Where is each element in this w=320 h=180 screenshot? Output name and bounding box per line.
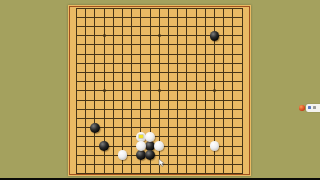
grid-line-horizontal (76, 173, 243, 174)
star-point (158, 89, 161, 92)
white-stone (118, 150, 128, 160)
grid-line-horizontal (76, 118, 243, 119)
grid-line-horizontal (76, 100, 243, 101)
grid-line-vertical (168, 8, 169, 175)
star-point (213, 89, 216, 92)
board-grid[interactable] (77, 8, 243, 174)
white-stone (210, 141, 220, 151)
black-stone (210, 31, 220, 41)
toolbar-panel (306, 104, 320, 112)
letterbox-bottom (0, 178, 320, 180)
badge-icon[interactable] (299, 105, 305, 111)
last-move-marker (139, 135, 142, 138)
grid-line-horizontal (76, 136, 243, 137)
video-frame (0, 0, 320, 180)
white-stone (154, 141, 164, 151)
grid-line-horizontal (76, 109, 243, 110)
star-point (158, 34, 161, 37)
grid-line-horizontal (76, 155, 243, 156)
grid-line-vertical (196, 8, 197, 175)
grid-line-vertical (205, 8, 206, 175)
grid-line-horizontal (76, 127, 243, 128)
star-point (103, 34, 106, 37)
black-stone (99, 141, 109, 151)
grid-line-vertical (186, 8, 187, 175)
grid-line-vertical (223, 8, 224, 175)
star-point (103, 89, 106, 92)
black-stone (90, 123, 100, 133)
go-board[interactable] (68, 5, 251, 176)
grid-line-vertical (232, 8, 233, 175)
tool-icon-1[interactable] (308, 106, 312, 110)
black-stone (145, 150, 155, 160)
white-stone (145, 132, 155, 142)
grid-line-horizontal (76, 164, 243, 165)
grid-line-vertical (242, 8, 243, 175)
white-stone (136, 141, 146, 151)
grid-line-vertical (177, 8, 178, 175)
tool-icon-2[interactable] (313, 106, 317, 110)
